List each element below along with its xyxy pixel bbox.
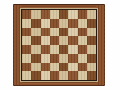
board-square[interactable] xyxy=(87,45,96,54)
board-square[interactable] xyxy=(68,71,77,80)
board-square[interactable] xyxy=(78,28,87,37)
board-square[interactable] xyxy=(59,28,68,37)
board-square[interactable] xyxy=(59,54,68,63)
board-square[interactable] xyxy=(22,54,31,63)
board-square[interactable] xyxy=(22,28,31,37)
board-square[interactable] xyxy=(68,54,77,63)
board-square[interactable] xyxy=(87,71,96,80)
board-square[interactable] xyxy=(59,71,68,80)
board-square[interactable] xyxy=(78,45,87,54)
board-square[interactable] xyxy=(31,10,40,19)
board-frame-right-rail xyxy=(96,5,104,85)
board-square[interactable] xyxy=(22,19,31,28)
board-square[interactable] xyxy=(41,45,50,54)
board-square[interactable] xyxy=(68,63,77,72)
board-square[interactable] xyxy=(50,28,59,37)
board-square[interactable] xyxy=(31,63,40,72)
board-square[interactable] xyxy=(78,36,87,45)
board-square[interactable] xyxy=(22,36,31,45)
board-square[interactable] xyxy=(31,54,40,63)
board-square[interactable] xyxy=(87,54,96,63)
board-square[interactable] xyxy=(50,19,59,28)
board-square[interactable] xyxy=(41,19,50,28)
board-square[interactable] xyxy=(50,54,59,63)
board-square[interactable] xyxy=(78,10,87,19)
board-square[interactable] xyxy=(78,54,87,63)
board-square[interactable] xyxy=(41,36,50,45)
board-square[interactable] xyxy=(87,36,96,45)
board-square[interactable] xyxy=(50,45,59,54)
board-square[interactable] xyxy=(22,10,31,19)
board-square[interactable] xyxy=(59,36,68,45)
board-playing-area xyxy=(21,9,97,81)
board-square[interactable] xyxy=(31,28,40,37)
board-square[interactable] xyxy=(59,10,68,19)
board-square[interactable] xyxy=(87,19,96,28)
board-square[interactable] xyxy=(59,19,68,28)
board-square[interactable] xyxy=(87,10,96,19)
board-square[interactable] xyxy=(87,28,96,37)
chess-board xyxy=(13,4,105,86)
board-square[interactable] xyxy=(50,10,59,19)
board-square[interactable] xyxy=(68,10,77,19)
board-square[interactable] xyxy=(50,71,59,80)
board-square[interactable] xyxy=(22,63,31,72)
board-square[interactable] xyxy=(41,28,50,37)
board-square[interactable] xyxy=(68,19,77,28)
photo-background xyxy=(0,0,120,90)
board-square[interactable] xyxy=(41,54,50,63)
board-square[interactable] xyxy=(78,71,87,80)
board-square[interactable] xyxy=(31,19,40,28)
board-square[interactable] xyxy=(78,19,87,28)
board-square[interactable] xyxy=(78,63,87,72)
board-square[interactable] xyxy=(41,10,50,19)
board-square[interactable] xyxy=(50,63,59,72)
board-square[interactable] xyxy=(68,28,77,37)
board-square[interactable] xyxy=(22,71,31,80)
board-square[interactable] xyxy=(41,71,50,80)
board-square[interactable] xyxy=(41,63,50,72)
board-square[interactable] xyxy=(59,45,68,54)
board-square[interactable] xyxy=(50,36,59,45)
board-square[interactable] xyxy=(59,63,68,72)
board-square[interactable] xyxy=(31,71,40,80)
board-square[interactable] xyxy=(31,45,40,54)
board-square[interactable] xyxy=(87,63,96,72)
board-square[interactable] xyxy=(22,45,31,54)
board-square[interactable] xyxy=(68,45,77,54)
board-square[interactable] xyxy=(68,36,77,45)
board-square[interactable] xyxy=(31,36,40,45)
